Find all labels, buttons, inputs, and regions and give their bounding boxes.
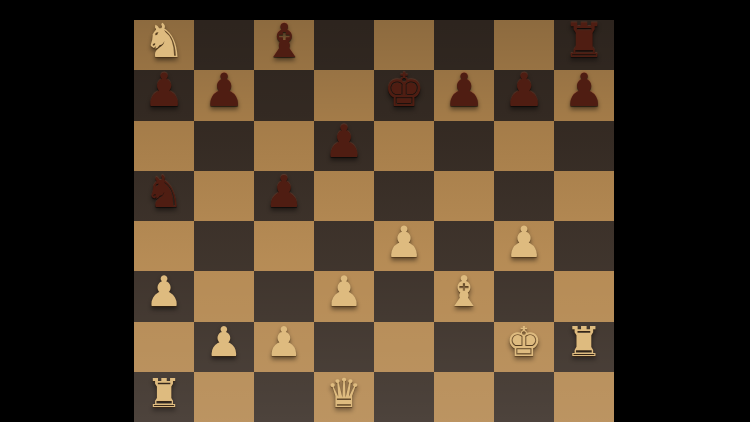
black-bishop[interactable]: ♝ — [263, 17, 305, 64]
square-h2[interactable]: ♜ — [554, 322, 614, 372]
square-f2[interactable] — [434, 322, 494, 372]
square-d8[interactable] — [314, 20, 374, 70]
chess-board: ♞♝♜♟♟♚♟♟♟♟♞♟♟♟♟♟♝♟♟♚♜♜♛ — [134, 20, 614, 422]
square-d5[interactable] — [314, 171, 374, 221]
square-g2[interactable]: ♚ — [494, 322, 554, 372]
white-king[interactable]: ♚ — [506, 322, 543, 363]
square-c4[interactable] — [254, 221, 314, 271]
square-a8[interactable]: ♞ — [134, 20, 194, 70]
square-h5[interactable] — [554, 171, 614, 221]
square-c6[interactable] — [254, 121, 314, 171]
square-b3[interactable] — [194, 271, 254, 321]
white-knight[interactable]: ♞ — [143, 17, 185, 64]
square-h7[interactable]: ♟ — [554, 70, 614, 120]
black-pawn[interactable]: ♟ — [264, 169, 303, 213]
square-f4[interactable] — [434, 221, 494, 271]
square-f8[interactable] — [434, 20, 494, 70]
square-h4[interactable] — [554, 221, 614, 271]
white-pawn[interactable]: ♟ — [325, 271, 363, 313]
square-g4[interactable]: ♟ — [494, 221, 554, 271]
white-pawn[interactable]: ♟ — [145, 271, 183, 313]
square-e5[interactable] — [374, 171, 434, 221]
square-c7[interactable] — [254, 70, 314, 120]
square-g7[interactable]: ♟ — [494, 70, 554, 120]
square-h1[interactable] — [554, 372, 614, 422]
square-d7[interactable] — [314, 70, 374, 120]
square-g5[interactable] — [494, 171, 554, 221]
square-a4[interactable] — [134, 221, 194, 271]
square-a7[interactable]: ♟ — [134, 70, 194, 120]
square-b8[interactable] — [194, 20, 254, 70]
square-e1[interactable] — [374, 372, 434, 422]
square-e8[interactable] — [374, 20, 434, 70]
square-a1[interactable]: ♜ — [134, 372, 194, 422]
square-g3[interactable] — [494, 271, 554, 321]
square-c2[interactable]: ♟ — [254, 322, 314, 372]
square-d6[interactable]: ♟ — [314, 121, 374, 171]
square-b2[interactable]: ♟ — [194, 322, 254, 372]
white-pawn[interactable]: ♟ — [385, 220, 424, 263]
square-g6[interactable] — [494, 121, 554, 171]
square-f7[interactable]: ♟ — [434, 70, 494, 120]
black-pawn[interactable]: ♟ — [324, 119, 364, 164]
white-pawn[interactable]: ♟ — [505, 220, 544, 263]
square-a3[interactable]: ♟ — [134, 271, 194, 321]
square-f5[interactable] — [434, 171, 494, 221]
white-pawn[interactable]: ♟ — [266, 322, 303, 363]
square-d2[interactable] — [314, 322, 374, 372]
square-f6[interactable] — [434, 121, 494, 171]
white-rook[interactable]: ♜ — [566, 322, 603, 363]
square-b5[interactable] — [194, 171, 254, 221]
square-e7[interactable]: ♚ — [374, 70, 434, 120]
black-knight[interactable]: ♞ — [144, 169, 183, 213]
white-bishop[interactable]: ♝ — [445, 271, 483, 313]
square-b6[interactable] — [194, 121, 254, 171]
black-pawn[interactable]: ♟ — [563, 68, 604, 114]
square-a5[interactable]: ♞ — [134, 171, 194, 221]
square-e2[interactable] — [374, 322, 434, 372]
black-rook[interactable]: ♜ — [563, 17, 605, 64]
square-d1[interactable]: ♛ — [314, 372, 374, 422]
square-d4[interactable] — [314, 221, 374, 271]
black-king[interactable]: ♚ — [383, 68, 424, 114]
black-pawn[interactable]: ♟ — [203, 68, 244, 114]
square-h3[interactable] — [554, 271, 614, 321]
square-c3[interactable] — [254, 271, 314, 321]
square-e6[interactable] — [374, 121, 434, 171]
square-f1[interactable] — [434, 372, 494, 422]
black-pawn[interactable]: ♟ — [443, 68, 484, 114]
square-f3[interactable]: ♝ — [434, 271, 494, 321]
black-pawn[interactable]: ♟ — [143, 68, 184, 114]
square-g8[interactable] — [494, 20, 554, 70]
square-c8[interactable]: ♝ — [254, 20, 314, 70]
square-h8[interactable]: ♜ — [554, 20, 614, 70]
square-a6[interactable] — [134, 121, 194, 171]
white-rook[interactable]: ♜ — [146, 373, 182, 413]
square-b4[interactable] — [194, 221, 254, 271]
square-g1[interactable] — [494, 372, 554, 422]
square-b1[interactable] — [194, 372, 254, 422]
square-a2[interactable] — [134, 322, 194, 372]
white-pawn[interactable]: ♟ — [206, 322, 243, 363]
black-pawn[interactable]: ♟ — [503, 68, 544, 114]
square-d3[interactable]: ♟ — [314, 271, 374, 321]
square-h6[interactable] — [554, 121, 614, 171]
square-c5[interactable]: ♟ — [254, 171, 314, 221]
square-e3[interactable] — [374, 271, 434, 321]
square-b7[interactable]: ♟ — [194, 70, 254, 120]
white-queen[interactable]: ♛ — [326, 373, 362, 413]
square-c1[interactable] — [254, 372, 314, 422]
square-e4[interactable]: ♟ — [374, 221, 434, 271]
app-background: ♞♝♜♟♟♚♟♟♟♟♞♟♟♟♟♟♝♟♟♚♜♜♛ — [0, 0, 750, 422]
